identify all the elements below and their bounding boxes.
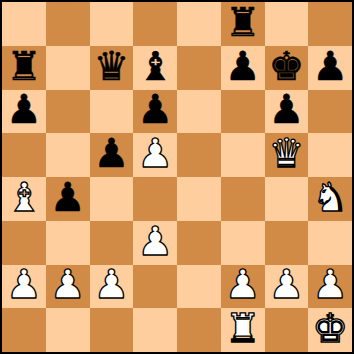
square-a3[interactable] (2, 221, 46, 265)
square-d6[interactable]: ♟ (133, 90, 177, 134)
square-b3[interactable] (46, 221, 90, 265)
square-b4[interactable]: ♟ (46, 177, 90, 221)
square-g2[interactable]: ♟ (265, 265, 309, 309)
square-c4[interactable] (90, 177, 134, 221)
piece-white-pawn-h2[interactable]: ♟ (312, 265, 348, 305)
square-a8[interactable] (2, 2, 46, 46)
square-g7[interactable]: ♚ (265, 46, 309, 90)
piece-black-bishop-d7[interactable]: ♝ (137, 46, 173, 86)
piece-white-queen-g5[interactable]: ♛ (268, 133, 304, 173)
piece-black-pawn-b4[interactable]: ♟ (50, 177, 86, 217)
square-g5[interactable]: ♛ (265, 133, 309, 177)
square-h3[interactable] (308, 221, 352, 265)
square-e3[interactable] (177, 221, 221, 265)
square-g3[interactable] (265, 221, 309, 265)
piece-white-pawn-c2[interactable]: ♟ (93, 265, 129, 305)
piece-white-pawn-a2[interactable]: ♟ (6, 265, 42, 305)
square-b5[interactable] (46, 133, 90, 177)
square-c6[interactable] (90, 90, 134, 134)
square-d1[interactable] (133, 308, 177, 352)
square-f4[interactable] (221, 177, 265, 221)
square-c5[interactable]: ♟ (90, 133, 134, 177)
square-g6[interactable]: ♟ (265, 90, 309, 134)
square-c7[interactable]: ♛ (90, 46, 134, 90)
piece-white-pawn-g2[interactable]: ♟ (268, 265, 304, 305)
square-h1[interactable]: ♚ (308, 308, 352, 352)
piece-black-queen-c7[interactable]: ♛ (93, 46, 129, 86)
square-f3[interactable] (221, 221, 265, 265)
square-c2[interactable]: ♟ (90, 265, 134, 309)
square-f2[interactable]: ♟ (221, 265, 265, 309)
square-c1[interactable] (90, 308, 134, 352)
piece-white-pawn-d3[interactable]: ♟ (137, 221, 173, 261)
square-f1[interactable]: ♜ (221, 308, 265, 352)
square-c3[interactable] (90, 221, 134, 265)
piece-white-pawn-d5[interactable]: ♟ (137, 133, 173, 173)
piece-white-pawn-b2[interactable]: ♟ (50, 265, 86, 305)
square-g1[interactable] (265, 308, 309, 352)
piece-black-pawn-a6[interactable]: ♟ (6, 90, 42, 130)
square-d3[interactable]: ♟ (133, 221, 177, 265)
piece-black-pawn-g6[interactable]: ♟ (268, 90, 304, 130)
square-b6[interactable] (46, 90, 90, 134)
square-e5[interactable] (177, 133, 221, 177)
square-h5[interactable] (308, 133, 352, 177)
piece-black-pawn-c5[interactable]: ♟ (93, 133, 129, 173)
piece-white-knight-h4[interactable]: ♞ (312, 177, 348, 217)
piece-black-rook-a7[interactable]: ♜ (6, 46, 42, 86)
square-d5[interactable]: ♟ (133, 133, 177, 177)
square-b2[interactable]: ♟ (46, 265, 90, 309)
square-a2[interactable]: ♟ (2, 265, 46, 309)
square-h8[interactable] (308, 2, 352, 46)
square-h7[interactable]: ♟ (308, 46, 352, 90)
piece-black-rook-f8[interactable]: ♜ (225, 2, 261, 42)
square-e4[interactable] (177, 177, 221, 221)
square-b1[interactable] (46, 308, 90, 352)
square-d7[interactable]: ♝ (133, 46, 177, 90)
square-h2[interactable]: ♟ (308, 265, 352, 309)
piece-white-pawn-f2[interactable]: ♟ (225, 265, 261, 305)
square-a6[interactable]: ♟ (2, 90, 46, 134)
piece-black-pawn-d6[interactable]: ♟ (137, 90, 173, 130)
square-g8[interactable] (265, 2, 309, 46)
square-f5[interactable] (221, 133, 265, 177)
piece-white-king-h1[interactable]: ♚ (312, 308, 348, 348)
piece-black-pawn-h7[interactable]: ♟ (312, 46, 348, 86)
square-e7[interactable] (177, 46, 221, 90)
square-e6[interactable] (177, 90, 221, 134)
chess-board: ♜♜♛♝♟♚♟♟♟♟♟♟♛♝♟♞♟♟♟♟♟♟♟♜♚ (2, 2, 352, 352)
square-h4[interactable]: ♞ (308, 177, 352, 221)
square-c8[interactable] (90, 2, 134, 46)
square-f8[interactable]: ♜ (221, 2, 265, 46)
square-a4[interactable]: ♝ (2, 177, 46, 221)
piece-white-rook-f1[interactable]: ♜ (225, 308, 261, 348)
piece-black-king-g7[interactable]: ♚ (268, 46, 304, 86)
square-d8[interactable] (133, 2, 177, 46)
square-f7[interactable]: ♟ (221, 46, 265, 90)
square-e8[interactable] (177, 2, 221, 46)
square-a1[interactable] (2, 308, 46, 352)
square-a5[interactable] (2, 133, 46, 177)
square-e2[interactable] (177, 265, 221, 309)
square-d2[interactable] (133, 265, 177, 309)
square-d4[interactable] (133, 177, 177, 221)
piece-black-pawn-f7[interactable]: ♟ (225, 46, 261, 86)
chess-board-frame: ♜♜♛♝♟♚♟♟♟♟♟♟♛♝♟♞♟♟♟♟♟♟♟♜♚ (0, 0, 354, 354)
square-g4[interactable] (265, 177, 309, 221)
square-a7[interactable]: ♜ (2, 46, 46, 90)
square-f6[interactable] (221, 90, 265, 134)
square-h6[interactable] (308, 90, 352, 134)
square-b8[interactable] (46, 2, 90, 46)
square-e1[interactable] (177, 308, 221, 352)
piece-white-bishop-a4[interactable]: ♝ (6, 177, 42, 217)
square-b7[interactable] (46, 46, 90, 90)
